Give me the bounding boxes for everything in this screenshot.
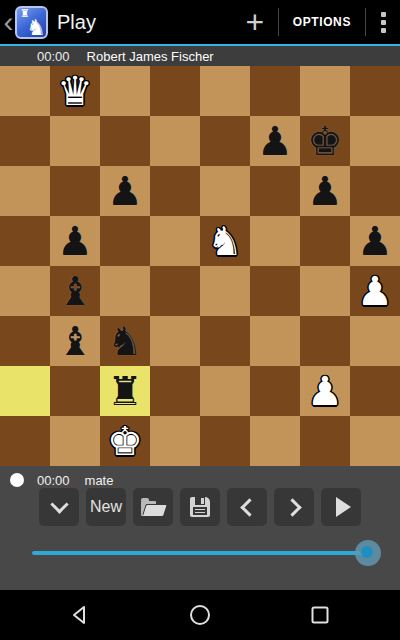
chevron-left-icon — [240, 498, 258, 516]
next-move-button[interactable] — [274, 488, 314, 526]
open-button[interactable] — [133, 488, 173, 526]
piece-wK-c1: ♚ — [107, 421, 143, 461]
square-a2[interactable] — [0, 366, 50, 416]
square-d2[interactable] — [150, 366, 200, 416]
new-game-button[interactable]: New — [86, 488, 126, 526]
square-a7[interactable] — [0, 116, 50, 166]
square-f4[interactable] — [250, 266, 300, 316]
player-name: Robert James Fischer — [87, 49, 214, 64]
square-h7[interactable] — [350, 116, 400, 166]
logo-knight-icon: ♞ — [26, 17, 46, 39]
square-a6[interactable] — [0, 166, 50, 216]
square-e7[interactable] — [200, 116, 250, 166]
piece-bN-c3: ♞ — [107, 321, 143, 361]
action-bar: ‹ ♜ ♞ Play + OPTIONS — [0, 0, 400, 44]
square-f2[interactable] — [250, 366, 300, 416]
square-h3[interactable] — [350, 316, 400, 366]
square-a1[interactable] — [0, 416, 50, 466]
overflow-menu-icon[interactable] — [366, 0, 400, 44]
control-panel: 00:00 mate New — [0, 466, 400, 590]
square-f5[interactable] — [250, 216, 300, 266]
square-c5[interactable] — [100, 216, 150, 266]
nav-home-icon[interactable] — [189, 604, 211, 626]
seekbar-thumb[interactable] — [355, 540, 381, 566]
square-c8[interactable] — [100, 66, 150, 116]
piece-bB-b3: ♝ — [57, 321, 93, 361]
square-a4[interactable] — [0, 266, 50, 316]
square-b5[interactable]: ♟ — [50, 216, 100, 266]
piece-bP-h5: ♟ — [357, 221, 393, 261]
square-f1[interactable] — [250, 416, 300, 466]
chevron-right-icon — [283, 498, 301, 516]
square-g1[interactable] — [300, 416, 350, 466]
piece-bP-c6: ♟ — [107, 171, 143, 211]
square-d1[interactable] — [150, 416, 200, 466]
square-g7[interactable]: ♚ — [300, 116, 350, 166]
square-f8[interactable] — [250, 66, 300, 116]
app-logo-icon[interactable]: ♜ ♞ — [15, 6, 48, 39]
square-d3[interactable] — [150, 316, 200, 366]
square-f6[interactable] — [250, 166, 300, 216]
square-a8[interactable] — [0, 66, 50, 116]
square-c4[interactable] — [100, 266, 150, 316]
square-c6[interactable]: ♟ — [100, 166, 150, 216]
square-g3[interactable] — [300, 316, 350, 366]
square-e3[interactable] — [200, 316, 250, 366]
square-b3[interactable]: ♝ — [50, 316, 100, 366]
square-e4[interactable] — [200, 266, 250, 316]
prev-move-button[interactable] — [227, 488, 267, 526]
square-g5[interactable] — [300, 216, 350, 266]
options-button[interactable]: OPTIONS — [279, 0, 365, 44]
app-screen: ‹ ♜ ♞ Play + OPTIONS 00:00 Robert James … — [0, 0, 400, 640]
black-clock: 00:00 — [37, 49, 70, 64]
white-clock: 00:00 — [37, 473, 70, 488]
open-folder-icon — [141, 499, 165, 516]
collapse-button[interactable] — [39, 488, 79, 526]
square-d6[interactable] — [150, 166, 200, 216]
square-b4[interactable]: ♝ — [50, 266, 100, 316]
page-title: Play — [57, 11, 96, 34]
save-floppy-icon — [190, 497, 210, 517]
square-c7[interactable] — [100, 116, 150, 166]
square-e5[interactable]: ♞ — [200, 216, 250, 266]
new-game-label: New — [90, 498, 122, 516]
square-g4[interactable] — [300, 266, 350, 316]
opponent-status-bar: 00:00 Robert James Fischer — [0, 46, 400, 66]
square-f7[interactable]: ♟ — [250, 116, 300, 166]
square-b6[interactable] — [50, 166, 100, 216]
chevron-down-icon — [50, 495, 68, 513]
square-c3[interactable]: ♞ — [100, 316, 150, 366]
piece-bP-b5: ♟ — [57, 221, 93, 261]
piece-bK-g7: ♚ — [307, 121, 343, 161]
back-icon[interactable]: ‹ — [2, 0, 15, 44]
piece-wP-h4: ♟ — [357, 271, 393, 311]
toolbar: New — [0, 488, 400, 526]
square-g8[interactable] — [300, 66, 350, 116]
square-h2[interactable] — [350, 366, 400, 416]
nav-back-icon[interactable] — [69, 604, 91, 626]
piece-wN-e5: ♞ — [207, 221, 243, 261]
square-h4[interactable]: ♟ — [350, 266, 400, 316]
square-b1[interactable] — [50, 416, 100, 466]
square-b8[interactable]: ♛ — [50, 66, 100, 116]
square-a3[interactable] — [0, 316, 50, 366]
move-seekbar[interactable] — [32, 540, 368, 566]
nav-recents-icon[interactable] — [309, 604, 331, 626]
chess-board: ♛♟♚♟♟♟♞♟♝♟♝♞♜♟♚ — [0, 66, 400, 466]
square-e2[interactable] — [200, 366, 250, 416]
android-nav-bar — [0, 590, 400, 640]
game-state-label: mate — [85, 473, 114, 488]
square-e6[interactable] — [200, 166, 250, 216]
square-h1[interactable] — [350, 416, 400, 466]
square-b2[interactable] — [50, 366, 100, 416]
square-g2[interactable]: ♟ — [300, 366, 350, 416]
square-c2[interactable]: ♜ — [100, 366, 150, 416]
square-e1[interactable] — [200, 416, 250, 466]
square-g6[interactable]: ♟ — [300, 166, 350, 216]
add-button[interactable]: + — [232, 2, 278, 42]
square-d8[interactable] — [150, 66, 200, 116]
square-a5[interactable] — [0, 216, 50, 266]
seekbar-track[interactable] — [32, 551, 368, 555]
piece-bR-c2: ♜ — [107, 371, 143, 411]
piece-wQ-b8: ♛ — [57, 71, 93, 111]
square-e8[interactable] — [200, 66, 250, 116]
square-h8[interactable] — [350, 66, 400, 116]
square-h6[interactable] — [350, 166, 400, 216]
autoplay-button[interactable] — [321, 488, 361, 526]
square-d4[interactable] — [150, 266, 200, 316]
save-button[interactable] — [180, 488, 220, 526]
piece-bP-g6: ♟ — [307, 171, 343, 211]
piece-bP-f7: ♟ — [257, 121, 293, 161]
side-to-move-radio[interactable] — [10, 473, 24, 487]
square-h5[interactable]: ♟ — [350, 216, 400, 266]
piece-wP-g2: ♟ — [307, 371, 343, 411]
square-c1[interactable]: ♚ — [100, 416, 150, 466]
play-icon — [336, 497, 351, 517]
square-b7[interactable] — [50, 116, 100, 166]
square-f3[interactable] — [250, 316, 300, 366]
piece-bB-b4: ♝ — [57, 271, 93, 311]
square-d7[interactable] — [150, 116, 200, 166]
square-d5[interactable] — [150, 216, 200, 266]
